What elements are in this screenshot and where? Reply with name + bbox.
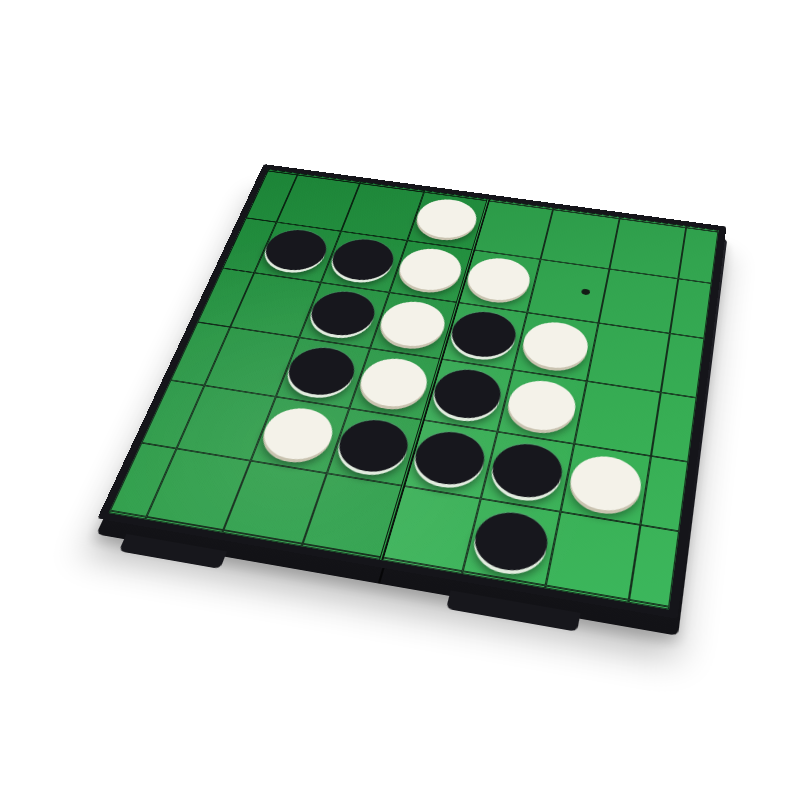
cell-h2[interactable]: [678, 228, 718, 284]
cell-h3[interactable]: [670, 279, 712, 339]
board-foot-right: [446, 590, 580, 631]
cell-f2[interactable]: [541, 210, 619, 269]
cell-f7[interactable]: ●: [463, 499, 560, 586]
othello-board: ●●●●●●●●●●●●●●●●●●●: [97, 164, 726, 619]
cell-h4[interactable]: [661, 333, 705, 397]
cell-g7[interactable]: [545, 512, 640, 600]
disc-white: ●: [561, 437, 652, 518]
board-foot-left: [118, 534, 226, 569]
product-photo-stage: ●●●●●●●●●●●●●●●●●●●: [0, 0, 800, 800]
disc-black: ●: [441, 296, 528, 363]
cell-g4[interactable]: [586, 323, 669, 392]
cell-g6[interactable]: ●: [560, 444, 651, 525]
disc-black: ●: [463, 492, 561, 579]
cell-h5[interactable]: [651, 392, 697, 462]
